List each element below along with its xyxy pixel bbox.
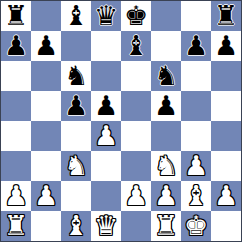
piece-white-bishop: ♝ [184,181,208,211]
square-d2[interactable] [91,181,121,211]
piece-black-pawn: ♟ [64,91,88,121]
piece-black-bishop: ♝ [64,1,88,31]
piece-white-knight: ♞ [154,151,178,181]
square-d3[interactable] [91,151,121,181]
square-a4[interactable] [1,121,31,151]
piece-white-pawn: ♟ [94,121,118,151]
square-c5[interactable]: ♟ [61,91,91,121]
piece-white-knight: ♞ [64,151,88,181]
piece-black-pawn: ♟ [34,31,58,61]
piece-black-knight: ♞ [64,61,88,91]
piece-black-pawn: ♟ [184,31,208,61]
square-c4[interactable] [61,121,91,151]
piece-white-pawn: ♟ [34,181,58,211]
square-a5[interactable] [1,91,31,121]
square-h7[interactable]: ♟ [211,31,241,61]
square-d5[interactable]: ♟ [91,91,121,121]
piece-white-pawn: ♟ [124,181,148,211]
square-f6[interactable]: ♞ [151,61,181,91]
square-e1[interactable] [121,211,151,241]
square-d8[interactable]: ♛ [91,1,121,31]
square-b6[interactable] [31,61,61,91]
square-d1[interactable]: ♛ [91,211,121,241]
square-e5[interactable] [121,91,151,121]
square-e7[interactable]: ♝ [121,31,151,61]
piece-white-pawn: ♟ [4,181,28,211]
square-c7[interactable] [61,31,91,61]
square-f7[interactable] [151,31,181,61]
piece-black-pawn: ♟ [94,91,118,121]
square-c6[interactable]: ♞ [61,61,91,91]
square-d4[interactable]: ♟ [91,121,121,151]
square-g2[interactable]: ♝ [181,181,211,211]
piece-black-bishop: ♝ [124,31,148,61]
square-f4[interactable] [151,121,181,151]
square-e8[interactable]: ♚ [121,1,151,31]
square-c2[interactable] [61,181,91,211]
square-a7[interactable]: ♟ [1,31,31,61]
piece-black-rook: ♜ [214,1,238,31]
piece-black-pawn: ♟ [154,91,178,121]
piece-white-rook: ♜ [154,211,178,241]
piece-black-pawn: ♟ [4,31,28,61]
square-f1[interactable]: ♜ [151,211,181,241]
square-h6[interactable] [211,61,241,91]
piece-white-bishop: ♝ [64,211,88,241]
square-e4[interactable] [121,121,151,151]
square-b3[interactable] [31,151,61,181]
square-c8[interactable]: ♝ [61,1,91,31]
piece-white-pawn: ♟ [214,181,238,211]
square-e3[interactable] [121,151,151,181]
square-g8[interactable] [181,1,211,31]
square-f3[interactable]: ♞ [151,151,181,181]
square-b1[interactable] [31,211,61,241]
square-h5[interactable] [211,91,241,121]
square-f8[interactable] [151,1,181,31]
piece-black-rook: ♜ [4,1,28,31]
piece-white-pawn: ♟ [184,151,208,181]
square-b5[interactable] [31,91,61,121]
piece-white-king: ♚ [184,211,208,241]
piece-black-knight: ♞ [154,61,178,91]
square-h3[interactable] [211,151,241,181]
piece-white-rook: ♜ [4,211,28,241]
square-b2[interactable]: ♟ [31,181,61,211]
square-b8[interactable] [31,1,61,31]
square-a2[interactable]: ♟ [1,181,31,211]
square-a6[interactable] [1,61,31,91]
square-d6[interactable] [91,61,121,91]
square-g7[interactable]: ♟ [181,31,211,61]
square-c1[interactable]: ♝ [61,211,91,241]
piece-white-queen: ♛ [94,211,118,241]
square-c3[interactable]: ♞ [61,151,91,181]
square-g1[interactable]: ♚ [181,211,211,241]
chess-board: ♜♝♛♚♜♟♟♝♟♟♞♞♟♟♟♟♞♞♟♟♟♟♟♝♟♜♝♛♜♚ [0,0,242,242]
square-h4[interactable] [211,121,241,151]
square-g6[interactable] [181,61,211,91]
square-e2[interactable]: ♟ [121,181,151,211]
square-a3[interactable] [1,151,31,181]
piece-black-king: ♚ [124,1,148,31]
square-b4[interactable] [31,121,61,151]
square-g5[interactable] [181,91,211,121]
square-a8[interactable]: ♜ [1,1,31,31]
square-b7[interactable]: ♟ [31,31,61,61]
piece-white-pawn: ♟ [154,181,178,211]
piece-black-queen: ♛ [94,1,118,31]
square-h8[interactable]: ♜ [211,1,241,31]
piece-black-pawn: ♟ [214,31,238,61]
square-f5[interactable]: ♟ [151,91,181,121]
square-g4[interactable] [181,121,211,151]
square-e6[interactable] [121,61,151,91]
square-g3[interactable]: ♟ [181,151,211,181]
square-h1[interactable] [211,211,241,241]
square-f2[interactable]: ♟ [151,181,181,211]
square-d7[interactable] [91,31,121,61]
square-h2[interactable]: ♟ [211,181,241,211]
square-a1[interactable]: ♜ [1,211,31,241]
